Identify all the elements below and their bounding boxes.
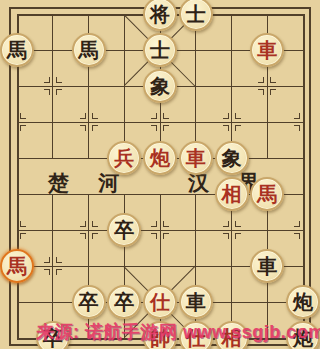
point-marker: [80, 125, 86, 131]
point-marker: [258, 89, 264, 95]
point-marker: [294, 221, 300, 227]
point-marker: [80, 233, 86, 239]
watermark-site: www.ssgjb.com: [183, 322, 320, 342]
point-marker: [270, 89, 276, 95]
piece-black-soldier[interactable]: 卒: [72, 285, 106, 319]
piece-black-horse[interactable]: 馬: [72, 33, 106, 67]
point-marker: [235, 233, 241, 239]
point-marker: [92, 221, 98, 227]
point-marker: [223, 233, 229, 239]
piece-black-soldier[interactable]: 卒: [107, 213, 141, 247]
watermark-source: 来源: 诺航手游网: [36, 322, 178, 342]
piece-black-advisor[interactable]: 士: [179, 0, 213, 31]
grid-line: [52, 194, 53, 338]
point-marker: [223, 113, 229, 119]
piece-black-horse[interactable]: 馬: [0, 33, 34, 67]
piece-red-cannon[interactable]: 炮: [143, 141, 177, 175]
piece-red-horse[interactable]: 馬: [250, 177, 284, 211]
piece-red-advisor[interactable]: 仕: [143, 285, 177, 319]
piece-black-elephant[interactable]: 象: [143, 69, 177, 103]
point-marker: [92, 113, 98, 119]
piece-black-chariot[interactable]: 車: [250, 249, 284, 283]
point-marker: [235, 113, 241, 119]
point-marker: [151, 233, 157, 239]
grid-line: [52, 14, 53, 158]
point-marker: [20, 113, 26, 119]
point-marker: [20, 233, 26, 239]
point-marker: [56, 77, 62, 83]
point-marker: [56, 269, 62, 275]
point-marker: [151, 221, 157, 227]
piece-black-elephant[interactable]: 象: [215, 141, 249, 175]
point-marker: [92, 125, 98, 131]
point-marker: [163, 113, 169, 119]
point-marker: [258, 77, 264, 83]
point-marker: [20, 125, 26, 131]
point-marker: [151, 125, 157, 131]
piece-red-soldier[interactable]: 兵: [107, 141, 141, 175]
point-marker: [92, 233, 98, 239]
piece-red-horse[interactable]: 馬: [0, 249, 34, 283]
point-marker: [270, 77, 276, 83]
point-marker: [163, 125, 169, 131]
piece-black-chariot[interactable]: 車: [179, 285, 213, 319]
point-marker: [44, 89, 50, 95]
point-marker: [80, 113, 86, 119]
point-marker: [223, 125, 229, 131]
point-marker: [151, 113, 157, 119]
grid-line: [231, 14, 232, 158]
point-marker: [44, 269, 50, 275]
point-marker: [80, 221, 86, 227]
xiangqi-board: 楚 河 汉 界 将士馬馬士車象兵炮車象相馬卒馬車卒卒仕車炮卒帥仕相炮 来源: 诺…: [0, 0, 320, 349]
point-marker: [294, 125, 300, 131]
point-marker: [44, 77, 50, 83]
piece-black-soldier[interactable]: 卒: [107, 285, 141, 319]
piece-black-cannon[interactable]: 炮: [286, 285, 320, 319]
grid-line: [231, 194, 232, 338]
river-label-chu-he: 楚 河: [48, 169, 120, 197]
point-marker: [235, 221, 241, 227]
point-marker: [56, 257, 62, 263]
point-marker: [223, 221, 229, 227]
point-marker: [163, 221, 169, 227]
point-marker: [20, 221, 26, 227]
point-marker: [56, 89, 62, 95]
piece-black-advisor[interactable]: 士: [143, 33, 177, 67]
point-marker: [44, 257, 50, 263]
piece-red-chariot[interactable]: 車: [179, 141, 213, 175]
point-marker: [235, 125, 241, 131]
watermark: 来源: 诺航手游网 www.ssgjb.com: [36, 320, 320, 344]
piece-red-chariot[interactable]: 車: [250, 33, 284, 67]
point-marker: [294, 113, 300, 119]
piece-red-elephant[interactable]: 相: [215, 177, 249, 211]
point-marker: [163, 233, 169, 239]
point-marker: [294, 233, 300, 239]
